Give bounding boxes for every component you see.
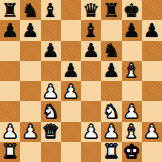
piece-white-pawn: ♟ [42, 81, 59, 100]
square-d8[interactable] [61, 0, 81, 20]
square-a6[interactable] [0, 41, 20, 61]
square-a2[interactable]: ♟ [0, 122, 20, 142]
square-a8[interactable]: ♜ [0, 0, 20, 20]
chess-board: ♜♞♝♛♜♚♟♟♝♟♟♟♟♞♟♟♝♟♟♞♞♟♟♟♛♟♟♝♟♜♜♚ [0, 0, 162, 162]
square-h4[interactable] [142, 81, 162, 101]
square-a4[interactable] [0, 81, 20, 101]
piece-black-rook: ♜ [2, 0, 19, 19]
square-f7[interactable] [101, 20, 121, 40]
square-b8[interactable]: ♞ [20, 0, 40, 20]
piece-black-knight: ♞ [103, 41, 120, 60]
square-d5[interactable]: ♟ [61, 61, 81, 81]
square-f5[interactable]: ♟ [101, 61, 121, 81]
square-b3[interactable] [20, 101, 40, 121]
square-e6[interactable]: ♟ [81, 41, 101, 61]
square-b2[interactable]: ♟ [20, 122, 40, 142]
square-e8[interactable]: ♛ [81, 0, 101, 20]
square-e7[interactable]: ♝ [81, 20, 101, 40]
square-c3[interactable]: ♞ [41, 101, 61, 121]
square-f4[interactable] [101, 81, 121, 101]
piece-black-queen: ♛ [83, 0, 100, 19]
piece-white-pawn: ♟ [2, 122, 19, 141]
square-c4[interactable]: ♟ [41, 81, 61, 101]
square-b7[interactable]: ♟ [20, 20, 40, 40]
square-e4[interactable] [81, 81, 101, 101]
piece-black-pawn: ♟ [103, 61, 120, 80]
square-e5[interactable] [81, 61, 101, 81]
square-f8[interactable]: ♜ [101, 0, 121, 20]
square-c2[interactable]: ♛ [41, 122, 61, 142]
square-c1[interactable] [41, 142, 61, 162]
square-a3[interactable] [0, 101, 20, 121]
piece-white-pawn: ♟ [123, 101, 140, 120]
chess-board-container: ♜♞♝♛♜♚♟♟♝♟♟♟♟♞♟♟♝♟♟♞♞♟♟♟♛♟♟♝♟♜♜♚ [0, 0, 162, 162]
square-b6[interactable] [20, 41, 40, 61]
piece-white-king: ♚ [123, 142, 140, 161]
piece-black-king: ♚ [123, 0, 140, 19]
piece-black-pawn: ♟ [42, 41, 59, 60]
square-c5[interactable] [41, 61, 61, 81]
piece-black-bishop: ♝ [83, 20, 100, 39]
piece-black-pawn: ♟ [123, 20, 140, 39]
piece-black-pawn: ♟ [2, 20, 19, 39]
square-c6[interactable]: ♟ [41, 41, 61, 61]
square-g2[interactable]: ♝ [122, 122, 142, 142]
piece-white-bishop: ♝ [123, 61, 140, 80]
piece-white-knight: ♞ [103, 101, 120, 120]
square-h2[interactable]: ♟ [142, 122, 162, 142]
piece-white-pawn: ♟ [143, 122, 160, 141]
piece-black-knight: ♞ [22, 0, 39, 19]
square-d7[interactable] [61, 20, 81, 40]
square-d6[interactable] [61, 41, 81, 61]
piece-black-pawn: ♟ [62, 61, 79, 80]
square-c8[interactable]: ♝ [41, 0, 61, 20]
square-h7[interactable]: ♟ [142, 20, 162, 40]
piece-white-rook: ♜ [2, 142, 19, 161]
square-d2[interactable] [61, 122, 81, 142]
square-g8[interactable]: ♚ [122, 0, 142, 20]
piece-white-pawn: ♟ [83, 122, 100, 141]
square-e2[interactable]: ♟ [81, 122, 101, 142]
square-f1[interactable]: ♜ [101, 142, 121, 162]
square-h8[interactable] [142, 0, 162, 20]
piece-white-bishop: ♝ [123, 122, 140, 141]
square-f6[interactable]: ♞ [101, 41, 121, 61]
square-g6[interactable] [122, 41, 142, 61]
piece-white-rook: ♜ [103, 142, 120, 161]
piece-white-queen: ♛ [42, 122, 59, 141]
square-d1[interactable] [61, 142, 81, 162]
square-a5[interactable] [0, 61, 20, 81]
piece-white-knight: ♞ [42, 101, 59, 120]
piece-black-pawn: ♟ [83, 41, 100, 60]
piece-white-pawn: ♟ [22, 122, 39, 141]
square-f3[interactable]: ♞ [101, 101, 121, 121]
square-a1[interactable]: ♜ [0, 142, 20, 162]
square-c7[interactable] [41, 20, 61, 40]
square-h3[interactable] [142, 101, 162, 121]
square-e1[interactable] [81, 142, 101, 162]
piece-black-pawn: ♟ [143, 20, 160, 39]
square-h1[interactable] [142, 142, 162, 162]
square-b5[interactable] [20, 61, 40, 81]
square-g5[interactable]: ♝ [122, 61, 142, 81]
square-g1[interactable]: ♚ [122, 142, 142, 162]
square-g7[interactable]: ♟ [122, 20, 142, 40]
square-f2[interactable]: ♟ [101, 122, 121, 142]
piece-black-rook: ♜ [103, 0, 120, 19]
square-d4[interactable]: ♟ [61, 81, 81, 101]
piece-black-bishop: ♝ [42, 0, 59, 19]
piece-white-pawn: ♟ [103, 122, 120, 141]
piece-black-pawn: ♟ [22, 20, 39, 39]
square-g3[interactable]: ♟ [122, 101, 142, 121]
square-h5[interactable] [142, 61, 162, 81]
square-g4[interactable] [122, 81, 142, 101]
square-a7[interactable]: ♟ [0, 20, 20, 40]
square-h6[interactable] [142, 41, 162, 61]
square-b4[interactable] [20, 81, 40, 101]
square-d3[interactable] [61, 101, 81, 121]
square-e3[interactable] [81, 101, 101, 121]
piece-white-pawn: ♟ [62, 81, 79, 100]
square-b1[interactable] [20, 142, 40, 162]
